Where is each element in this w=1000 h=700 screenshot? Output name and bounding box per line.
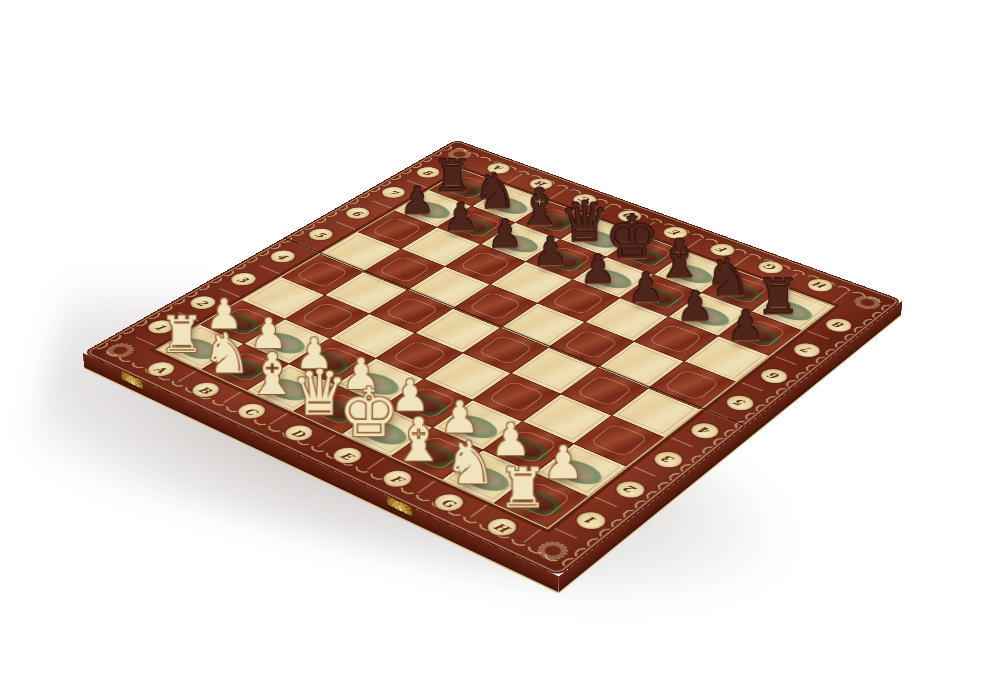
piece-base-felt: [761, 297, 819, 325]
piece-base-felt: [629, 284, 686, 311]
board-face: ♜♞♝♛♚♝♞♜♟♟♟♟♟♟♟♟♟♟♟♟♟♟♟♟♜♞♝♛♚♝♞♜ AABBCCD…: [83, 140, 903, 577]
piece-base-felt: [305, 395, 366, 427]
piece-base-felt: [255, 329, 313, 358]
piece-base-felt: [347, 368, 407, 399]
board-grid: ♜♞♝♛♚♝♞♜♟♟♟♟♟♟♟♟♟♟♟♟♟♟♟♟♜♞♝♛♚♝♞♜: [155, 169, 835, 529]
piece-base-felt: [505, 485, 570, 521]
piece-base-felt: [402, 439, 465, 473]
piece-base-felt: [663, 261, 719, 288]
product-photo-stage: ♜♞♝♛♚♝♞♜♟♟♟♟♟♟♟♟♟♟♟♟♟♟♟♟♜♞♝♛♚♝♞♜ AABBCCD…: [0, 0, 1000, 700]
chess-board: ♜♞♝♛♚♝♞♜♟♟♟♟♟♟♟♟♟♟♟♟♟♟♟♟♜♞♝♛♚♝♞♜ AABBCCD…: [83, 140, 903, 577]
perspective-viewport: ♜♞♝♛♚♝♞♜♟♟♟♟♟♟♟♟♟♟♟♟♟♟♟♟♜♞♝♛♚♝♞♜ AABBCCD…: [0, 0, 1000, 700]
piece-base-felt: [582, 266, 638, 293]
piece-base-felt: [536, 248, 592, 274]
